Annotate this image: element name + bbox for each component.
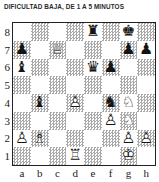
white-queen-piece: ♕ xyxy=(49,41,67,59)
square-h4 xyxy=(137,94,155,112)
square-e3 xyxy=(84,112,102,130)
square-d6 xyxy=(66,59,84,77)
file-label-h: h xyxy=(137,166,155,180)
square-d8 xyxy=(66,23,84,41)
page: DIFICULTAD BAJA, DE 1 A 5 MINUTOS 876543… xyxy=(0,0,159,182)
white-pawn-piece: ♙ xyxy=(102,112,120,130)
rank-label-2: 2 xyxy=(0,130,10,148)
square-a8 xyxy=(13,23,31,41)
file-label-a: a xyxy=(13,166,31,180)
square-b7 xyxy=(31,41,49,59)
file-labels: abcdefgh xyxy=(13,166,155,180)
rank-label-1: 1 xyxy=(0,147,10,165)
square-c1 xyxy=(49,147,67,165)
square-b4: ♝ xyxy=(31,94,49,112)
white-pawn-piece: ♙ xyxy=(66,94,84,112)
square-b8 xyxy=(31,23,49,41)
white-pawn-piece: ♟ xyxy=(120,130,138,148)
square-b1 xyxy=(31,147,49,165)
white-pawn-piece: ♟ xyxy=(102,112,120,130)
square-d3 xyxy=(66,112,84,130)
white-bishop-piece: ♗ xyxy=(31,130,49,148)
square-f5 xyxy=(102,76,120,94)
white-pawn-piece: ♙ xyxy=(13,130,31,148)
square-e1 xyxy=(84,147,102,165)
square-c7: ♛♕ xyxy=(49,41,67,59)
square-c2 xyxy=(49,130,67,148)
square-a2: ♟♙ xyxy=(13,130,31,148)
square-f4: ♞ xyxy=(102,94,120,112)
white-knight-piece: ♘ xyxy=(120,94,138,112)
square-b5 xyxy=(31,76,49,94)
black-pawn-piece: ♟ xyxy=(13,41,31,59)
black-bishop-piece: ♝ xyxy=(31,94,49,112)
white-knight-piece: ♞ xyxy=(120,112,138,130)
square-f2 xyxy=(102,130,120,148)
black-king-piece: ♚ xyxy=(120,23,138,41)
square-b6 xyxy=(31,59,49,77)
square-g7: ♟ xyxy=(120,41,138,59)
rank-label-5: 5 xyxy=(0,76,10,94)
chess-board: ♜♚♟♛♕♟♟♝♛♟♝♟♙♞♞♘♟♙♞♘♟♙♝♗♟♙♟♙♜♖♚♔ xyxy=(12,22,156,166)
file-label-e: e xyxy=(84,166,102,180)
square-b2: ♝♗ xyxy=(31,130,49,148)
square-e7 xyxy=(84,41,102,59)
square-d5 xyxy=(66,76,84,94)
square-g1: ♚♔ xyxy=(120,147,138,165)
white-rook-piece: ♜ xyxy=(66,147,84,165)
white-king-piece: ♔ xyxy=(120,147,138,165)
file-label-g: g xyxy=(120,166,138,180)
white-bishop-piece: ♝ xyxy=(31,130,49,148)
square-h1 xyxy=(137,147,155,165)
square-a3 xyxy=(13,112,31,130)
rank-labels: 87654321 xyxy=(0,23,10,165)
square-a6: ♝ xyxy=(13,59,31,77)
square-g2: ♟♙ xyxy=(120,130,138,148)
rank-label-4: 4 xyxy=(0,94,10,112)
square-a5 xyxy=(13,76,31,94)
white-king-piece: ♚ xyxy=(120,147,138,165)
square-e5 xyxy=(84,76,102,94)
rank-label-6: 6 xyxy=(0,59,10,77)
square-e8: ♜ xyxy=(84,23,102,41)
white-pawn-piece: ♙ xyxy=(137,130,155,148)
black-rook-piece: ♜ xyxy=(84,23,102,41)
square-c5 xyxy=(49,76,67,94)
square-h6 xyxy=(137,59,155,77)
square-a1 xyxy=(13,147,31,165)
square-g3: ♞♘ xyxy=(120,112,138,130)
square-d7 xyxy=(66,41,84,59)
file-label-c: c xyxy=(49,166,67,180)
square-h8 xyxy=(137,23,155,41)
white-pawn-piece: ♟ xyxy=(137,130,155,148)
black-pawn-piece: ♟ xyxy=(102,59,120,77)
square-a4 xyxy=(13,94,31,112)
rank-label-8: 8 xyxy=(0,23,10,41)
rank-label-3: 3 xyxy=(0,112,10,130)
square-e6: ♛ xyxy=(84,59,102,77)
puzzle-title: DIFICULTAD BAJA, DE 1 A 5 MINUTOS xyxy=(4,3,124,10)
file-label-b: b xyxy=(31,166,49,180)
white-queen-piece: ♛ xyxy=(49,41,67,59)
square-c3 xyxy=(49,112,67,130)
square-g5 xyxy=(120,76,138,94)
white-knight-piece: ♞ xyxy=(120,94,138,112)
square-g6 xyxy=(120,59,138,77)
black-knight-piece: ♞ xyxy=(102,94,120,112)
white-pawn-piece: ♙ xyxy=(120,130,138,148)
white-knight-piece: ♘ xyxy=(120,112,138,130)
square-f6: ♟ xyxy=(102,59,120,77)
square-d1: ♜♖ xyxy=(66,147,84,165)
square-d4: ♟♙ xyxy=(66,94,84,112)
black-pawn-piece: ♟ xyxy=(137,41,155,59)
square-h3 xyxy=(137,112,155,130)
white-rook-piece: ♖ xyxy=(66,147,84,165)
file-label-f: f xyxy=(102,166,120,180)
square-e4 xyxy=(84,94,102,112)
square-e2 xyxy=(84,130,102,148)
black-queen-piece: ♛ xyxy=(84,59,102,77)
black-pawn-piece: ♟ xyxy=(120,41,138,59)
square-g4: ♞♘ xyxy=(120,94,138,112)
square-h7: ♟ xyxy=(137,41,155,59)
white-pawn-piece: ♟ xyxy=(13,130,31,148)
file-label-d: d xyxy=(66,166,84,180)
square-f1 xyxy=(102,147,120,165)
black-bishop-piece: ♝ xyxy=(13,59,31,77)
square-d2 xyxy=(66,130,84,148)
square-f3: ♟♙ xyxy=(102,112,120,130)
rank-label-7: 7 xyxy=(0,41,10,59)
square-g8: ♚ xyxy=(120,23,138,41)
square-c4 xyxy=(49,94,67,112)
square-c8 xyxy=(49,23,67,41)
square-f7 xyxy=(102,41,120,59)
square-h2: ♟♙ xyxy=(137,130,155,148)
square-c6 xyxy=(49,59,67,77)
white-pawn-piece: ♟ xyxy=(66,94,84,112)
square-b3 xyxy=(31,112,49,130)
square-a7: ♟ xyxy=(13,41,31,59)
square-f8 xyxy=(102,23,120,41)
square-h5 xyxy=(137,76,155,94)
